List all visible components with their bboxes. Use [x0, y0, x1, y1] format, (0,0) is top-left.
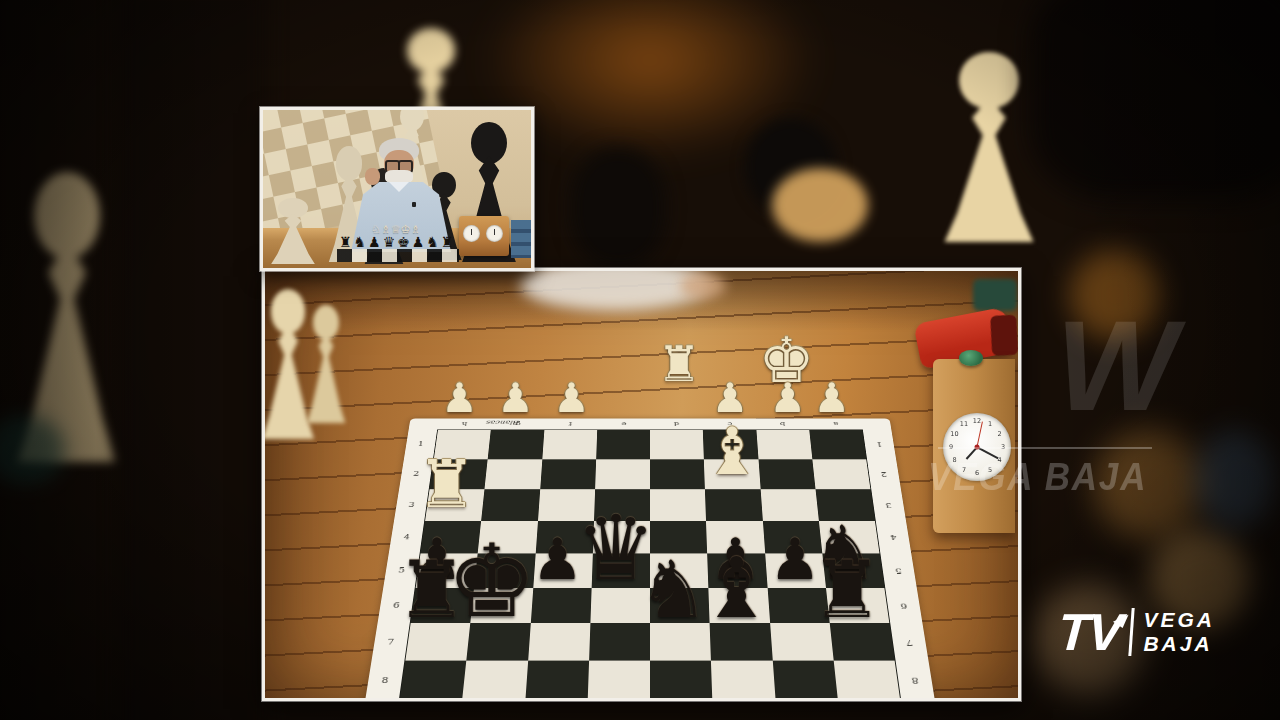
- background-bokeh-blue: [1195, 430, 1275, 530]
- board-square: [710, 623, 772, 660]
- inset-chess-clock: [459, 216, 509, 256]
- coordinate-label: 4: [876, 521, 911, 554]
- board-square: [650, 459, 705, 489]
- clock-numeral: 4: [997, 456, 1001, 464]
- board-square: [485, 459, 542, 489]
- board-square: [471, 588, 533, 624]
- chess-clock: 121234567891011: [933, 359, 1015, 533]
- board-square: [405, 623, 470, 660]
- chess-board: hgfedcba hgfedcba 12345678 12345678 Negr…: [362, 419, 938, 698]
- board-square: [462, 660, 527, 698]
- coordinate-label: b: [756, 421, 810, 427]
- coordinate-label: 1: [863, 429, 896, 458]
- coordinate-label: 6: [378, 588, 415, 624]
- board-square: [595, 459, 650, 489]
- board-square: [430, 459, 488, 489]
- board-square: [650, 430, 704, 459]
- background-bokeh-2: [1095, 430, 1205, 540]
- coordinate-label: 6: [885, 588, 922, 624]
- board-square: [533, 553, 593, 587]
- inset-presenter-video: ♘♗♕♔♗ ♜♞♟♛♚♟♞♜: [260, 107, 534, 271]
- clock-numeral: 1: [988, 420, 992, 428]
- logo-name-line2: BAJA: [1143, 632, 1215, 656]
- board-square: [829, 623, 894, 660]
- board-square: [809, 430, 866, 459]
- board-square: [815, 489, 875, 520]
- board-square: [589, 623, 650, 660]
- inset-books: [511, 220, 531, 258]
- watermark-logo-mark: W: [1056, 292, 1159, 439]
- clock-numeral: 2: [997, 430, 1001, 438]
- board-square: [756, 430, 812, 459]
- coordinate-label: 8: [896, 661, 935, 698]
- board-square: [478, 521, 538, 554]
- green-object: [973, 279, 1017, 311]
- main-board-video: hgfedcba hgfedcba 12345678 12345678 Negr…: [262, 268, 1021, 701]
- board-square: [591, 553, 650, 587]
- board-square: [707, 553, 767, 587]
- board-square: [488, 430, 544, 459]
- background-teal-patch: [0, 415, 65, 485]
- inset-black-pieces-row: ♜♞♟♛♚♟♞♜: [339, 234, 455, 250]
- background-pawn-center-icon: [936, 52, 1042, 242]
- board-square: [528, 623, 590, 660]
- coordinate-label: h: [438, 421, 492, 427]
- board-square: [530, 588, 591, 624]
- coordinate-label: 1: [404, 429, 437, 458]
- coordinate-label: e: [597, 421, 650, 427]
- coordinate-label: f: [544, 421, 597, 427]
- board-square: [650, 489, 706, 520]
- coordinate-label: 4: [389, 521, 424, 554]
- board-square: [535, 521, 594, 554]
- clock-numeral: 7: [962, 466, 966, 474]
- coordinate-label: 2: [399, 459, 433, 489]
- board-square: [593, 521, 650, 554]
- board-square: [650, 660, 713, 698]
- board-square: [538, 489, 595, 520]
- coordinate-label: d: [650, 421, 703, 427]
- board-square: [400, 660, 467, 698]
- logo-channel-name: VEGA BAJA: [1143, 608, 1215, 656]
- board-square: [425, 489, 485, 520]
- coordinate-label: 5: [383, 553, 419, 587]
- clock-numeral: 12: [973, 417, 981, 425]
- board-square: [826, 588, 890, 624]
- board-square: [650, 553, 709, 587]
- board-square: [525, 660, 589, 698]
- table-pawn-white-2-icon: [303, 305, 349, 423]
- board-square: [758, 459, 815, 489]
- board-square: [650, 588, 710, 624]
- background-black-sphere-blur: [745, 118, 837, 216]
- coordinate-label: 3: [394, 489, 429, 521]
- logo-name-line1: VEGA: [1143, 608, 1215, 632]
- board-square: [822, 553, 884, 587]
- coordinate-label: 7: [890, 623, 928, 660]
- board-square: [474, 553, 535, 587]
- board-square: [770, 623, 834, 660]
- tv-broadcast-frame: { "game": "chess", "position": { "fen": …: [0, 0, 1280, 720]
- presenter-hand-blur: [680, 273, 726, 299]
- inset-miniboard: [337, 249, 459, 262]
- board-square: [765, 553, 826, 587]
- background-black-piece-blur: [570, 148, 666, 268]
- board-square: [760, 489, 818, 520]
- clock-second-hand: [977, 421, 983, 447]
- background-dark-mass-topright: [1030, 0, 1280, 200]
- clock-minute-hand: [977, 446, 999, 459]
- board-square: [540, 459, 596, 489]
- coordinate-label: 5: [880, 553, 916, 587]
- board-square: [421, 521, 482, 554]
- vinyl-mat: hgfedcba hgfedcba 12345678 12345678 Negr…: [362, 419, 938, 698]
- clock-numeral: 3: [1001, 443, 1005, 451]
- coordinate-label: 7: [372, 623, 410, 660]
- coordinate-label: a: [809, 421, 863, 427]
- board-square: [706, 521, 765, 554]
- side-label-blancas: Blancas: [486, 420, 520, 426]
- clock-numeral: 8: [952, 456, 956, 464]
- board-square: [596, 430, 650, 459]
- board-square: [590, 588, 650, 624]
- clock-numeral: 10: [950, 430, 958, 438]
- background-wood-ball-blur: [772, 168, 868, 242]
- clock-numeral: 11: [960, 420, 968, 428]
- clock-dial: 121234567891011: [943, 413, 1011, 481]
- board-square: [542, 430, 597, 459]
- board-square: [711, 660, 775, 698]
- background-pawn-left-icon: [8, 172, 126, 462]
- lapel-mic-icon: [412, 202, 416, 207]
- giant-pawn-white-far-left-icon: [267, 198, 319, 264]
- board-square: [481, 489, 539, 520]
- clock-center-pin: [975, 445, 980, 450]
- channel-logo: TV VEGA BAJA: [1058, 606, 1215, 658]
- coordinate-label: 2: [867, 459, 901, 489]
- clock-button-icon: [959, 350, 983, 366]
- board-square: [703, 430, 758, 459]
- board-square: [650, 623, 711, 660]
- coordinate-label: c: [703, 421, 756, 427]
- board-square: [833, 660, 900, 698]
- presenter-hand: [365, 168, 380, 185]
- board-square: [767, 588, 829, 624]
- logo-tv-mark: TV: [1056, 606, 1122, 658]
- coordinate-label: 3: [871, 489, 906, 521]
- board-square: [812, 459, 870, 489]
- presenter-glasses-icon: [385, 160, 413, 169]
- board-square: [650, 521, 707, 554]
- clock-numeral: 5: [988, 466, 992, 474]
- clock-numeral: 9: [949, 443, 953, 451]
- board-square: [772, 660, 837, 698]
- board-square: [709, 588, 770, 624]
- board-square: [594, 489, 650, 520]
- board-grid: [399, 429, 901, 698]
- board-square: [416, 553, 478, 587]
- background-bokeh-1: [1070, 250, 1160, 340]
- board-square: [467, 623, 531, 660]
- board-square: [705, 489, 762, 520]
- board-square: [762, 521, 822, 554]
- clock-numeral: 6: [975, 469, 979, 477]
- background-dark-column-left: [118, 0, 268, 720]
- board-square: [819, 521, 880, 554]
- board-square: [434, 430, 491, 459]
- board-square: [411, 588, 475, 624]
- board-square: [587, 660, 650, 698]
- board-square: [704, 459, 760, 489]
- coordinate-label: 8: [365, 661, 404, 698]
